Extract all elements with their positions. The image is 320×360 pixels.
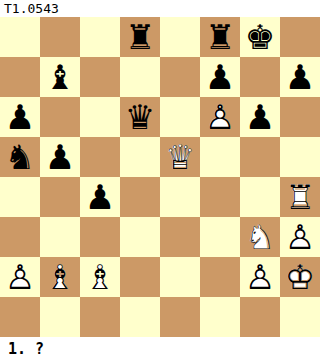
square-c6[interactable] xyxy=(80,97,120,137)
square-g3[interactable]: ♞♘ xyxy=(240,217,280,257)
white-bishop-outline: ♗ xyxy=(80,257,120,297)
square-b8[interactable] xyxy=(40,17,80,57)
square-d3[interactable] xyxy=(120,217,160,257)
square-b3[interactable] xyxy=(40,217,80,257)
square-d7[interactable] xyxy=(120,57,160,97)
white-king-outline: ♔ xyxy=(280,257,320,297)
square-g2[interactable]: ♟♙ xyxy=(240,257,280,297)
square-a5[interactable]: ♞ xyxy=(0,137,40,177)
white-bishop-outline: ♗ xyxy=(40,257,80,297)
square-g5[interactable] xyxy=(240,137,280,177)
black-pawn-glyph: ♟ xyxy=(200,57,240,97)
square-c7[interactable] xyxy=(80,57,120,97)
square-e4[interactable] xyxy=(160,177,200,217)
square-f1[interactable] xyxy=(200,297,240,337)
white-queen-outline: ♕ xyxy=(160,137,200,177)
black-pawn[interactable]: ♟ xyxy=(80,177,120,217)
white-knight[interactable]: ♞♘ xyxy=(240,217,280,257)
square-e2[interactable] xyxy=(160,257,200,297)
square-c2[interactable]: ♝♗ xyxy=(80,257,120,297)
square-a1[interactable] xyxy=(0,297,40,337)
black-pawn-glyph: ♟ xyxy=(80,177,120,217)
square-c1[interactable] xyxy=(80,297,120,337)
square-a7[interactable] xyxy=(0,57,40,97)
black-bishop[interactable]: ♝ xyxy=(40,57,80,97)
square-g1[interactable] xyxy=(240,297,280,337)
square-h2[interactable]: ♚♔ xyxy=(280,257,320,297)
square-e6[interactable] xyxy=(160,97,200,137)
square-g8[interactable]: ♚ xyxy=(240,17,280,57)
square-d4[interactable] xyxy=(120,177,160,217)
black-pawn-glyph: ♟ xyxy=(240,97,280,137)
square-b6[interactable] xyxy=(40,97,80,137)
black-pawn[interactable]: ♟ xyxy=(280,57,320,97)
white-pawn[interactable]: ♟♙ xyxy=(0,257,40,297)
square-e1[interactable] xyxy=(160,297,200,337)
white-rook-outline: ♖ xyxy=(280,177,320,217)
white-pawn-outline: ♙ xyxy=(200,97,240,137)
black-rook-glyph: ♜ xyxy=(120,17,160,57)
black-pawn[interactable]: ♟ xyxy=(200,57,240,97)
square-a4[interactable] xyxy=(0,177,40,217)
square-g7[interactable] xyxy=(240,57,280,97)
black-pawn[interactable]: ♟ xyxy=(240,97,280,137)
square-f8[interactable]: ♜ xyxy=(200,17,240,57)
black-queen-glyph: ♛ xyxy=(120,97,160,137)
square-e5[interactable]: ♛♕ xyxy=(160,137,200,177)
square-f2[interactable] xyxy=(200,257,240,297)
white-pawn[interactable]: ♟♙ xyxy=(240,257,280,297)
square-c8[interactable] xyxy=(80,17,120,57)
white-pawn[interactable]: ♟♙ xyxy=(200,97,240,137)
white-bishop[interactable]: ♝♗ xyxy=(80,257,120,297)
square-d6[interactable]: ♛ xyxy=(120,97,160,137)
square-h7[interactable]: ♟ xyxy=(280,57,320,97)
black-king[interactable]: ♚ xyxy=(240,17,280,57)
black-pawn-glyph: ♟ xyxy=(40,137,80,177)
move-prompt: 1. ? xyxy=(8,340,44,358)
square-g4[interactable] xyxy=(240,177,280,217)
square-d8[interactable]: ♜ xyxy=(120,17,160,57)
white-rook[interactable]: ♜♖ xyxy=(280,177,320,217)
black-rook[interactable]: ♜ xyxy=(120,17,160,57)
square-b5[interactable]: ♟ xyxy=(40,137,80,177)
square-f6[interactable]: ♟♙ xyxy=(200,97,240,137)
black-queen[interactable]: ♛ xyxy=(120,97,160,137)
white-pawn[interactable]: ♟♙ xyxy=(280,217,320,257)
square-e8[interactable] xyxy=(160,17,200,57)
square-c5[interactable] xyxy=(80,137,120,177)
square-h4[interactable]: ♜♖ xyxy=(280,177,320,217)
white-pawn-outline: ♙ xyxy=(0,257,40,297)
square-c4[interactable]: ♟ xyxy=(80,177,120,217)
square-b2[interactable]: ♝♗ xyxy=(40,257,80,297)
black-rook-glyph: ♜ xyxy=(200,17,240,57)
square-a2[interactable]: ♟♙ xyxy=(0,257,40,297)
black-rook[interactable]: ♜ xyxy=(200,17,240,57)
square-h6[interactable] xyxy=(280,97,320,137)
black-knight[interactable]: ♞ xyxy=(0,137,40,177)
black-pawn[interactable]: ♟ xyxy=(0,97,40,137)
square-b4[interactable] xyxy=(40,177,80,217)
black-pawn-glyph: ♟ xyxy=(0,97,40,137)
square-h5[interactable] xyxy=(280,137,320,177)
square-f7[interactable]: ♟ xyxy=(200,57,240,97)
black-pawn-glyph: ♟ xyxy=(280,57,320,97)
puzzle-title: T1.0543 xyxy=(4,1,59,16)
black-pawn[interactable]: ♟ xyxy=(40,137,80,177)
black-knight-glyph: ♞ xyxy=(0,137,40,177)
square-f5[interactable] xyxy=(200,137,240,177)
black-bishop-glyph: ♝ xyxy=(40,57,80,97)
black-king-glyph: ♚ xyxy=(240,17,280,57)
square-d1[interactable] xyxy=(120,297,160,337)
square-f3[interactable] xyxy=(200,217,240,257)
chess-board: ♜♜♚♝♟♟♟♛♟♙♟♞♟♛♕♟♜♖♞♘♟♙♟♙♝♗♝♗♟♙♚♔ xyxy=(0,17,320,337)
square-h3[interactable]: ♟♙ xyxy=(280,217,320,257)
square-g6[interactable]: ♟ xyxy=(240,97,280,137)
square-b7[interactable]: ♝ xyxy=(40,57,80,97)
white-pawn-outline: ♙ xyxy=(240,257,280,297)
white-queen[interactable]: ♛♕ xyxy=(160,137,200,177)
square-e3[interactable] xyxy=(160,217,200,257)
square-e7[interactable] xyxy=(160,57,200,97)
square-h1[interactable] xyxy=(280,297,320,337)
square-h8[interactable] xyxy=(280,17,320,57)
square-d2[interactable] xyxy=(120,257,160,297)
white-king[interactable]: ♚♔ xyxy=(280,257,320,297)
square-d5[interactable] xyxy=(120,137,160,177)
white-knight-outline: ♘ xyxy=(240,217,280,257)
square-a8[interactable] xyxy=(0,17,40,57)
square-b1[interactable] xyxy=(40,297,80,337)
white-pawn-outline: ♙ xyxy=(280,217,320,257)
white-bishop[interactable]: ♝♗ xyxy=(40,257,80,297)
square-c3[interactable] xyxy=(80,217,120,257)
square-a6[interactable]: ♟ xyxy=(0,97,40,137)
square-a3[interactable] xyxy=(0,217,40,257)
square-f4[interactable] xyxy=(200,177,240,217)
